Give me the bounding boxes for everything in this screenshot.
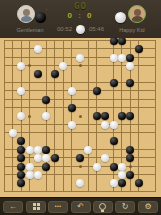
black-stone <box>17 163 25 171</box>
black-stone <box>118 38 126 45</box>
timer-right: 05:46 <box>89 26 104 32</box>
gear-icon: ⚙ <box>144 203 151 211</box>
black-stone <box>126 54 134 62</box>
white-stone <box>118 171 126 179</box>
white-stone <box>110 54 118 62</box>
white-stone <box>68 87 76 95</box>
go-board[interactable] <box>0 38 161 197</box>
black-stone <box>135 45 143 53</box>
settings-button[interactable]: ⚙ <box>138 201 158 213</box>
black-stone <box>110 38 118 45</box>
undo-button[interactable]: ↶ <box>71 201 91 213</box>
hint-button[interactable] <box>93 201 113 213</box>
player-left-avatar[interactable] <box>17 5 35 23</box>
white-stone <box>110 121 118 129</box>
timer-left: 00:52 <box>57 26 72 32</box>
star-point <box>79 115 82 118</box>
star-point <box>28 115 31 118</box>
white-stone <box>118 163 126 171</box>
player-right-avatar[interactable] <box>128 5 146 23</box>
score-colon: : <box>78 11 83 20</box>
header: GO 0 : 0 00:52 05:46 ’ Gentleman Happy K… <box>0 0 161 38</box>
black-stone <box>93 87 101 95</box>
white-stone <box>118 54 126 62</box>
back-icon: ← <box>9 203 17 211</box>
refresh-icon: ↻ <box>122 203 129 211</box>
player-right-name: Happy Kid <box>106 27 158 33</box>
star-point <box>129 165 132 168</box>
avatar-face-icon <box>23 9 30 16</box>
black-stone <box>110 163 118 171</box>
apps-button[interactable] <box>26 201 46 213</box>
white-stone <box>110 179 118 187</box>
chat-dots-icon: ••• <box>55 204 62 209</box>
white-stone <box>26 146 34 154</box>
undo-icon: ↶ <box>77 203 84 211</box>
black-stone <box>42 96 50 104</box>
player-left-name: Gentleman <box>4 27 56 33</box>
black-stone <box>110 79 118 87</box>
score-left: 0 <box>67 11 73 20</box>
white-stone <box>26 163 34 171</box>
turn-indicator-white-stone <box>76 25 85 34</box>
grid-icon <box>33 203 36 206</box>
white-stone <box>101 121 109 129</box>
lightbulb-icon <box>99 203 106 210</box>
white-stone <box>93 163 101 171</box>
avatar-body-icon <box>21 16 32 23</box>
chat-button[interactable]: ••• <box>48 201 68 213</box>
back-button[interactable]: ← <box>3 201 23 213</box>
bottom-toolbar: ← ••• ↶ ↻ ⚙ <box>0 197 161 215</box>
avatar-face-icon <box>134 9 141 16</box>
score-right: 0 <box>87 11 93 20</box>
white-stone-indicator <box>115 12 126 23</box>
white-stone <box>68 121 76 129</box>
white-stone <box>9 129 17 137</box>
fuse-spark-icon: ’ <box>45 8 47 14</box>
black-stone <box>68 104 76 112</box>
avatar-body-icon <box>132 16 143 23</box>
star-point <box>79 165 82 168</box>
white-stone <box>26 171 34 179</box>
refresh-button[interactable]: ↻ <box>115 201 135 213</box>
white-stone <box>76 54 84 62</box>
white-stone <box>34 146 42 154</box>
black-stone-indicator: ’ <box>35 12 46 23</box>
